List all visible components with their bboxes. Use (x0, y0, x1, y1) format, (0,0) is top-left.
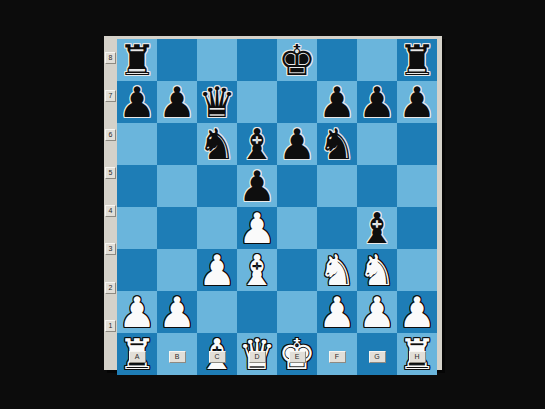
square-f3[interactable]: ♞ (317, 249, 357, 291)
file-label-c: C (209, 351, 226, 363)
file-label-cell: B (157, 349, 197, 365)
piece-black-rook: ♜ (398, 40, 436, 82)
piece-black-pawn: ♟ (238, 166, 276, 208)
file-label-f: F (329, 351, 346, 363)
piece-black-pawn: ♟ (358, 82, 396, 124)
square-b6[interactable] (157, 123, 197, 165)
square-b5[interactable] (157, 165, 197, 207)
square-g8[interactable] (357, 39, 397, 81)
square-d5[interactable]: ♟ (237, 165, 277, 207)
file-labels: ABCDEFGH (117, 349, 437, 365)
square-f6[interactable]: ♞ (317, 123, 357, 165)
square-d6[interactable]: ♝ (237, 123, 277, 165)
square-a3[interactable] (117, 249, 157, 291)
square-a5[interactable] (117, 165, 157, 207)
file-label-a: A (129, 351, 146, 363)
square-c6[interactable]: ♞ (197, 123, 237, 165)
piece-black-bishop: ♝ (358, 208, 396, 250)
square-a6[interactable] (117, 123, 157, 165)
file-label-d: D (249, 351, 266, 363)
piece-white-pawn: ♟ (358, 292, 396, 334)
file-label-cell: G (357, 349, 397, 365)
square-c5[interactable] (197, 165, 237, 207)
file-label-cell: A (117, 349, 157, 365)
rank-label-cell: 1 (104, 307, 117, 345)
rank-label-cell: 4 (104, 192, 117, 230)
rank-label-6: 6 (105, 129, 116, 141)
piece-black-bishop: ♝ (238, 124, 276, 166)
rank-labels: 87654321 (104, 39, 117, 345)
file-label-cell: E (277, 349, 317, 365)
square-a7[interactable]: ♟ (117, 81, 157, 123)
rank-label-5: 5 (105, 167, 116, 179)
file-label-cell: H (397, 349, 437, 365)
piece-white-pawn: ♟ (118, 292, 156, 334)
square-g4[interactable]: ♝ (357, 207, 397, 249)
rank-label-cell: 2 (104, 269, 117, 307)
piece-white-pawn: ♟ (398, 292, 436, 334)
square-d4[interactable]: ♟ (237, 207, 277, 249)
square-h4[interactable] (397, 207, 437, 249)
rank-label-cell: 3 (104, 230, 117, 268)
square-f5[interactable] (317, 165, 357, 207)
piece-black-pawn: ♟ (158, 82, 196, 124)
piece-black-pawn: ♟ (118, 82, 156, 124)
square-c2[interactable] (197, 291, 237, 333)
file-label-b: B (169, 351, 186, 363)
app-window: 87654321 ♜♚♜♟♟♛♟♟♟♞♝♟♞♟♟♝♟♝♞♞♟♟♟♟♟♜♝♛♚♜ … (0, 0, 545, 409)
piece-white-pawn: ♟ (238, 208, 276, 250)
rank-label-3: 3 (105, 243, 116, 255)
square-f8[interactable] (317, 39, 357, 81)
square-h6[interactable] (397, 123, 437, 165)
square-h7[interactable]: ♟ (397, 81, 437, 123)
square-f7[interactable]: ♟ (317, 81, 357, 123)
square-c7[interactable]: ♛ (197, 81, 237, 123)
square-f2[interactable]: ♟ (317, 291, 357, 333)
board-grid: ♜♚♜♟♟♛♟♟♟♞♝♟♞♟♟♝♟♝♞♞♟♟♟♟♟♜♝♛♚♜ (117, 39, 437, 345)
square-a8[interactable]: ♜ (117, 39, 157, 81)
rank-label-cell: 7 (104, 77, 117, 115)
square-b2[interactable]: ♟ (157, 291, 197, 333)
square-b4[interactable] (157, 207, 197, 249)
file-label-cell: F (317, 349, 357, 365)
piece-white-knight: ♞ (318, 250, 356, 292)
square-h3[interactable] (397, 249, 437, 291)
piece-black-king: ♚ (278, 40, 316, 82)
square-e6[interactable]: ♟ (277, 123, 317, 165)
file-label-g: G (369, 351, 386, 363)
square-h2[interactable]: ♟ (397, 291, 437, 333)
piece-black-queen: ♛ (198, 82, 236, 124)
square-g3[interactable]: ♞ (357, 249, 397, 291)
piece-black-pawn: ♟ (278, 124, 316, 166)
chess-board-frame: 87654321 ♜♚♜♟♟♛♟♟♟♞♝♟♞♟♟♝♟♝♞♞♟♟♟♟♟♜♝♛♚♜ … (104, 36, 442, 370)
square-d8[interactable] (237, 39, 277, 81)
square-g7[interactable]: ♟ (357, 81, 397, 123)
piece-black-rook: ♜ (118, 40, 156, 82)
piece-white-pawn: ♟ (198, 250, 236, 292)
square-c8[interactable] (197, 39, 237, 81)
piece-white-knight: ♞ (358, 250, 396, 292)
square-c3[interactable]: ♟ (197, 249, 237, 291)
square-f4[interactable] (317, 207, 357, 249)
square-e8[interactable]: ♚ (277, 39, 317, 81)
piece-white-pawn: ♟ (318, 292, 356, 334)
rank-label-cell: 8 (104, 39, 117, 77)
square-b7[interactable]: ♟ (157, 81, 197, 123)
piece-black-knight: ♞ (198, 124, 236, 166)
square-d2[interactable] (237, 291, 277, 333)
rank-label-7: 7 (105, 90, 116, 102)
square-e7[interactable] (277, 81, 317, 123)
square-a4[interactable] (117, 207, 157, 249)
square-g6[interactable] (357, 123, 397, 165)
square-c4[interactable] (197, 207, 237, 249)
file-label-cell: C (197, 349, 237, 365)
piece-black-pawn: ♟ (398, 82, 436, 124)
square-b8[interactable] (157, 39, 197, 81)
piece-black-knight: ♞ (318, 124, 356, 166)
square-e5[interactable] (277, 165, 317, 207)
rank-label-4: 4 (105, 205, 116, 217)
square-e3[interactable] (277, 249, 317, 291)
piece-white-bishop: ♝ (238, 250, 276, 292)
piece-white-pawn: ♟ (158, 292, 196, 334)
rank-label-2: 2 (105, 282, 116, 294)
square-a2[interactable]: ♟ (117, 291, 157, 333)
rank-label-cell: 5 (104, 154, 117, 192)
file-label-e: E (289, 351, 306, 363)
file-label-cell: D (237, 349, 277, 365)
square-e4[interactable] (277, 207, 317, 249)
square-h5[interactable] (397, 165, 437, 207)
square-d3[interactable]: ♝ (237, 249, 277, 291)
square-d7[interactable] (237, 81, 277, 123)
square-e2[interactable] (277, 291, 317, 333)
rank-label-cell: 6 (104, 116, 117, 154)
square-b3[interactable] (157, 249, 197, 291)
square-g2[interactable]: ♟ (357, 291, 397, 333)
square-h8[interactable]: ♜ (397, 39, 437, 81)
piece-black-pawn: ♟ (318, 82, 356, 124)
square-g5[interactable] (357, 165, 397, 207)
rank-label-8: 8 (105, 52, 116, 64)
rank-label-1: 1 (105, 320, 116, 332)
file-label-h: H (409, 351, 426, 363)
